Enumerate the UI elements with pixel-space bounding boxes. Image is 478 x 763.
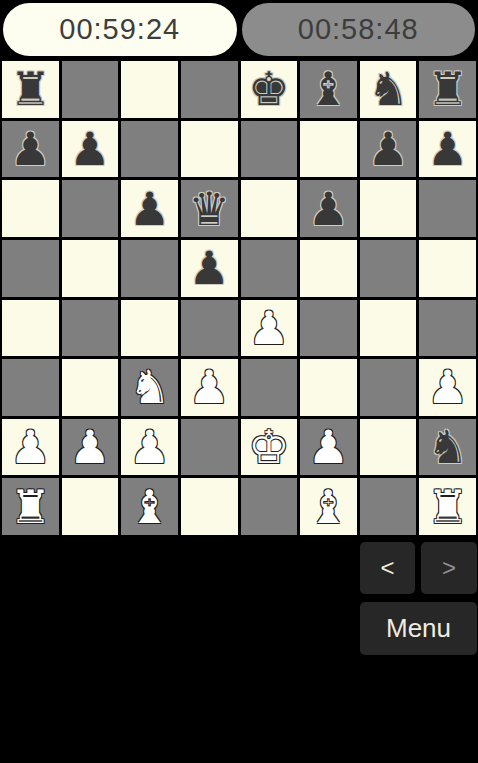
square-e1[interactable] xyxy=(241,478,298,535)
square-f8[interactable]: ♝ xyxy=(300,61,357,118)
square-g2[interactable] xyxy=(360,419,417,476)
white-rook: ♜ xyxy=(427,484,468,530)
square-d7[interactable] xyxy=(181,121,238,178)
black-clock: 00:58:48 xyxy=(242,3,476,56)
black-knight: ♞ xyxy=(367,66,408,112)
square-g7[interactable]: ♟ xyxy=(360,121,417,178)
black-rook: ♜ xyxy=(10,66,51,112)
square-c7[interactable] xyxy=(121,121,178,178)
white-bishop: ♝ xyxy=(129,484,170,530)
white-pawn: ♟ xyxy=(308,424,349,470)
square-b6[interactable] xyxy=(62,180,119,237)
square-b2[interactable]: ♟ xyxy=(62,419,119,476)
black-pawn: ♟ xyxy=(69,126,110,172)
square-b4[interactable] xyxy=(62,300,119,357)
square-g8[interactable]: ♞ xyxy=(360,61,417,118)
controls-panel: < > Menu xyxy=(0,542,478,655)
square-h5[interactable] xyxy=(419,240,476,297)
square-e7[interactable] xyxy=(241,121,298,178)
square-a2[interactable]: ♟ xyxy=(2,419,59,476)
black-king: ♚ xyxy=(248,66,289,112)
square-c6[interactable]: ♟ xyxy=(121,180,178,237)
square-h7[interactable]: ♟ xyxy=(419,121,476,178)
square-g5[interactable] xyxy=(360,240,417,297)
square-f2[interactable]: ♟ xyxy=(300,419,357,476)
square-e3[interactable] xyxy=(241,359,298,416)
square-d5[interactable]: ♟ xyxy=(181,240,238,297)
black-pawn: ♟ xyxy=(427,126,468,172)
move-nav-row: < > xyxy=(360,542,477,594)
white-pawn: ♟ xyxy=(10,424,51,470)
square-f3[interactable] xyxy=(300,359,357,416)
white-clock-time: 00:59:24 xyxy=(59,13,180,46)
white-king: ♚ xyxy=(248,424,289,470)
white-clock: 00:59:24 xyxy=(3,3,237,56)
square-h8[interactable]: ♜ xyxy=(419,61,476,118)
white-knight: ♞ xyxy=(129,364,170,410)
square-c2[interactable]: ♟ xyxy=(121,419,178,476)
black-pawn: ♟ xyxy=(308,186,349,232)
square-d3[interactable]: ♟ xyxy=(181,359,238,416)
black-pawn: ♟ xyxy=(367,126,408,172)
white-pawn: ♟ xyxy=(129,424,170,470)
square-a8[interactable]: ♜ xyxy=(2,61,59,118)
black-queen: ♛ xyxy=(189,186,230,232)
square-e5[interactable] xyxy=(241,240,298,297)
square-d8[interactable] xyxy=(181,61,238,118)
square-e8[interactable]: ♚ xyxy=(241,61,298,118)
square-b1[interactable] xyxy=(62,478,119,535)
square-d4[interactable] xyxy=(181,300,238,357)
square-f5[interactable] xyxy=(300,240,357,297)
square-g4[interactable] xyxy=(360,300,417,357)
white-rook: ♜ xyxy=(10,484,51,530)
square-b8[interactable] xyxy=(62,61,119,118)
square-h2[interactable]: ♞ xyxy=(419,419,476,476)
square-e4[interactable]: ♟ xyxy=(241,300,298,357)
square-g3[interactable] xyxy=(360,359,417,416)
back-move-button[interactable]: < xyxy=(360,542,415,594)
square-c1[interactable]: ♝ xyxy=(121,478,178,535)
black-rook: ♜ xyxy=(427,66,468,112)
square-h1[interactable]: ♜ xyxy=(419,478,476,535)
square-c8[interactable] xyxy=(121,61,178,118)
square-d2[interactable] xyxy=(181,419,238,476)
white-pawn: ♟ xyxy=(189,364,230,410)
square-b5[interactable] xyxy=(62,240,119,297)
square-g6[interactable] xyxy=(360,180,417,237)
square-f7[interactable] xyxy=(300,121,357,178)
square-a7[interactable]: ♟ xyxy=(2,121,59,178)
black-clock-time: 00:58:48 xyxy=(298,13,419,46)
white-pawn: ♟ xyxy=(248,305,289,351)
square-h3[interactable]: ♟ xyxy=(419,359,476,416)
square-a5[interactable] xyxy=(2,240,59,297)
square-c5[interactable] xyxy=(121,240,178,297)
black-pawn: ♟ xyxy=(129,186,170,232)
square-h4[interactable] xyxy=(419,300,476,357)
square-a1[interactable]: ♜ xyxy=(2,478,59,535)
square-c4[interactable] xyxy=(121,300,178,357)
square-c3[interactable]: ♞ xyxy=(121,359,178,416)
square-b3[interactable] xyxy=(62,359,119,416)
square-d1[interactable] xyxy=(181,478,238,535)
black-knight: ♞ xyxy=(427,424,468,470)
square-d6[interactable]: ♛ xyxy=(181,180,238,237)
white-bishop: ♝ xyxy=(308,484,349,530)
square-a3[interactable] xyxy=(2,359,59,416)
clock-row: 00:59:24 00:58:48 xyxy=(0,0,478,59)
menu-button[interactable]: Menu xyxy=(360,602,477,655)
white-pawn: ♟ xyxy=(69,424,110,470)
black-pawn: ♟ xyxy=(189,245,230,291)
square-b7[interactable]: ♟ xyxy=(62,121,119,178)
black-pawn: ♟ xyxy=(10,126,51,172)
forward-move-button[interactable]: > xyxy=(421,542,477,594)
black-bishop: ♝ xyxy=(308,66,349,112)
white-pawn: ♟ xyxy=(427,364,468,410)
square-e6[interactable] xyxy=(241,180,298,237)
square-a4[interactable] xyxy=(2,300,59,357)
square-f1[interactable]: ♝ xyxy=(300,478,357,535)
square-f6[interactable]: ♟ xyxy=(300,180,357,237)
square-e2[interactable]: ♚ xyxy=(241,419,298,476)
square-a6[interactable] xyxy=(2,180,59,237)
chess-board: ♜♚♝♞♜♟♟♟♟♟♛♟♟♟♞♟♟♟♟♟♚♟♞♜♝♝♜ xyxy=(0,59,478,537)
square-g1[interactable] xyxy=(360,478,417,535)
square-f4[interactable] xyxy=(300,300,357,357)
square-h6[interactable] xyxy=(419,180,476,237)
